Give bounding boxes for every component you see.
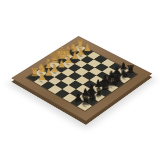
chess-board: ♜♟♟♜♞♟♟♞♝♟♟♝♚♟♟♚♛♟♟♛♝♟♟♝♞♟♟♞♜♟♟♜ <box>11 36 152 121</box>
piece-black-rook: ♜ <box>68 96 103 107</box>
product-photo: ♜♟♟♜♞♟♟♞♝♟♟♝♚♟♟♚♛♟♟♛♝♟♟♝♞♟♟♞♜♟♟♜ <box>0 0 160 160</box>
piece-white-pawn: ♟ <box>25 72 59 82</box>
